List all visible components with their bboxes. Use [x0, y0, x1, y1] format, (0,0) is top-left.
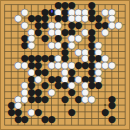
star-point — [24, 64, 26, 66]
board-grid — [1, 1, 130, 130]
star-point — [64, 64, 66, 66]
star-point — [104, 104, 106, 106]
star-point — [24, 24, 26, 26]
star-point — [64, 104, 66, 106]
star-point — [104, 24, 106, 26]
star-point — [24, 104, 26, 106]
star-point — [64, 24, 66, 26]
go-board[interactable]: ●●●●●●●●●●●●●●●●●●●●●●●●●●●●●●●●●●●●●●●●… — [0, 0, 130, 130]
star-point — [104, 64, 106, 66]
